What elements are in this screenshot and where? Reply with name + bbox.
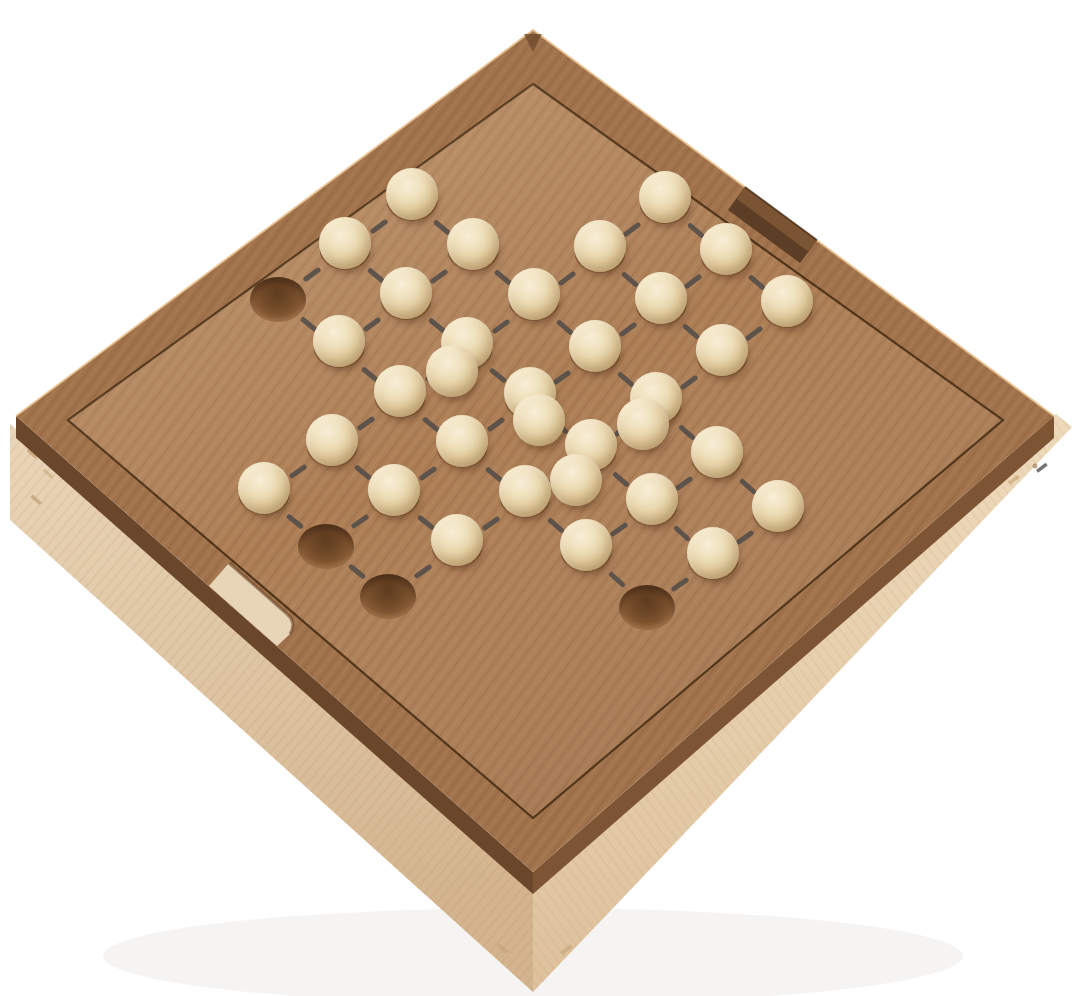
empty-hole-4-0[interactable] (250, 277, 306, 322)
loose-ball-4[interactable] (550, 454, 602, 506)
ball-2-2[interactable] (508, 268, 560, 320)
grid-line-dash (738, 478, 756, 495)
grid-line-dash (745, 326, 764, 342)
grid-line-dash (491, 318, 510, 334)
empty-hole-6-4[interactable] (360, 574, 416, 619)
grid-line-dash (369, 218, 388, 234)
grid-line-dash (350, 514, 369, 530)
grid-line-dash (670, 576, 689, 592)
grid-line-dash (675, 475, 694, 491)
ball-4-5[interactable] (560, 519, 612, 571)
ball-3-6[interactable] (687, 527, 739, 579)
ball-6-2[interactable] (238, 462, 290, 514)
grid-line-dash (673, 525, 691, 542)
ball-2-0[interactable] (386, 168, 438, 220)
grid-line-dash (684, 273, 703, 289)
grid-line-dash (677, 424, 695, 441)
ball-0-4[interactable] (761, 275, 813, 327)
ball-4-4[interactable] (499, 465, 551, 517)
grid-line-dash (486, 417, 505, 433)
grid-line-dash (285, 513, 304, 529)
ball-1-2[interactable] (574, 220, 626, 272)
grid-line-dash (357, 415, 376, 431)
grid-line-dash (302, 267, 321, 283)
grid-line-dash (679, 374, 698, 390)
ball-1-3[interactable] (635, 272, 687, 324)
grid-line-dash (609, 522, 628, 538)
grid-line-dash (546, 517, 564, 534)
ball-3-1[interactable] (380, 267, 432, 319)
grid-line-dash (416, 514, 435, 530)
grid-line-dash (621, 271, 640, 288)
grid-line-dash (430, 268, 449, 284)
ball-0-2[interactable] (639, 171, 691, 223)
loose-ball-1[interactable] (426, 345, 478, 397)
product-photo-stage (0, 0, 1074, 996)
empty-hole-6-3[interactable] (298, 524, 354, 569)
ball-2-3[interactable] (569, 320, 621, 372)
ball-3-5[interactable] (626, 473, 678, 525)
grid-line-dash (618, 322, 637, 338)
ball-0-3[interactable] (700, 223, 752, 275)
grid-line-dash (612, 471, 630, 488)
grid-line-dash (682, 323, 700, 340)
piece-overlay (0, 0, 1074, 996)
grid-line-dash (607, 571, 625, 588)
ball-2-5[interactable] (691, 426, 743, 478)
ball-5-2[interactable] (306, 414, 358, 466)
ball-4-3[interactable] (436, 415, 488, 467)
grid-line-dash (419, 465, 438, 481)
ball-5-3[interactable] (368, 464, 420, 516)
grid-line-dash (623, 222, 642, 238)
loose-ball-3[interactable] (617, 398, 669, 450)
loose-ball-2[interactable] (513, 394, 565, 446)
ball-3-0[interactable] (319, 217, 371, 269)
ball-2-6[interactable] (752, 480, 804, 532)
grid-line-dash (557, 270, 576, 286)
empty-hole-4-6[interactable] (619, 585, 675, 630)
grid-line-dash (288, 464, 307, 480)
ball-4-2[interactable] (374, 365, 426, 417)
grid-line-dash (553, 369, 572, 385)
grid-line-dash (481, 515, 500, 531)
ball-2-1[interactable] (447, 218, 499, 270)
ball-4-1[interactable] (313, 315, 365, 367)
ball-1-4[interactable] (696, 324, 748, 376)
ball-5-4[interactable] (431, 514, 483, 566)
grid-line-dash (363, 317, 382, 333)
grid-line-dash (489, 367, 508, 383)
grid-line-dash (413, 564, 432, 580)
grid-line-dash (348, 563, 367, 579)
grid-line-dash (736, 530, 755, 546)
